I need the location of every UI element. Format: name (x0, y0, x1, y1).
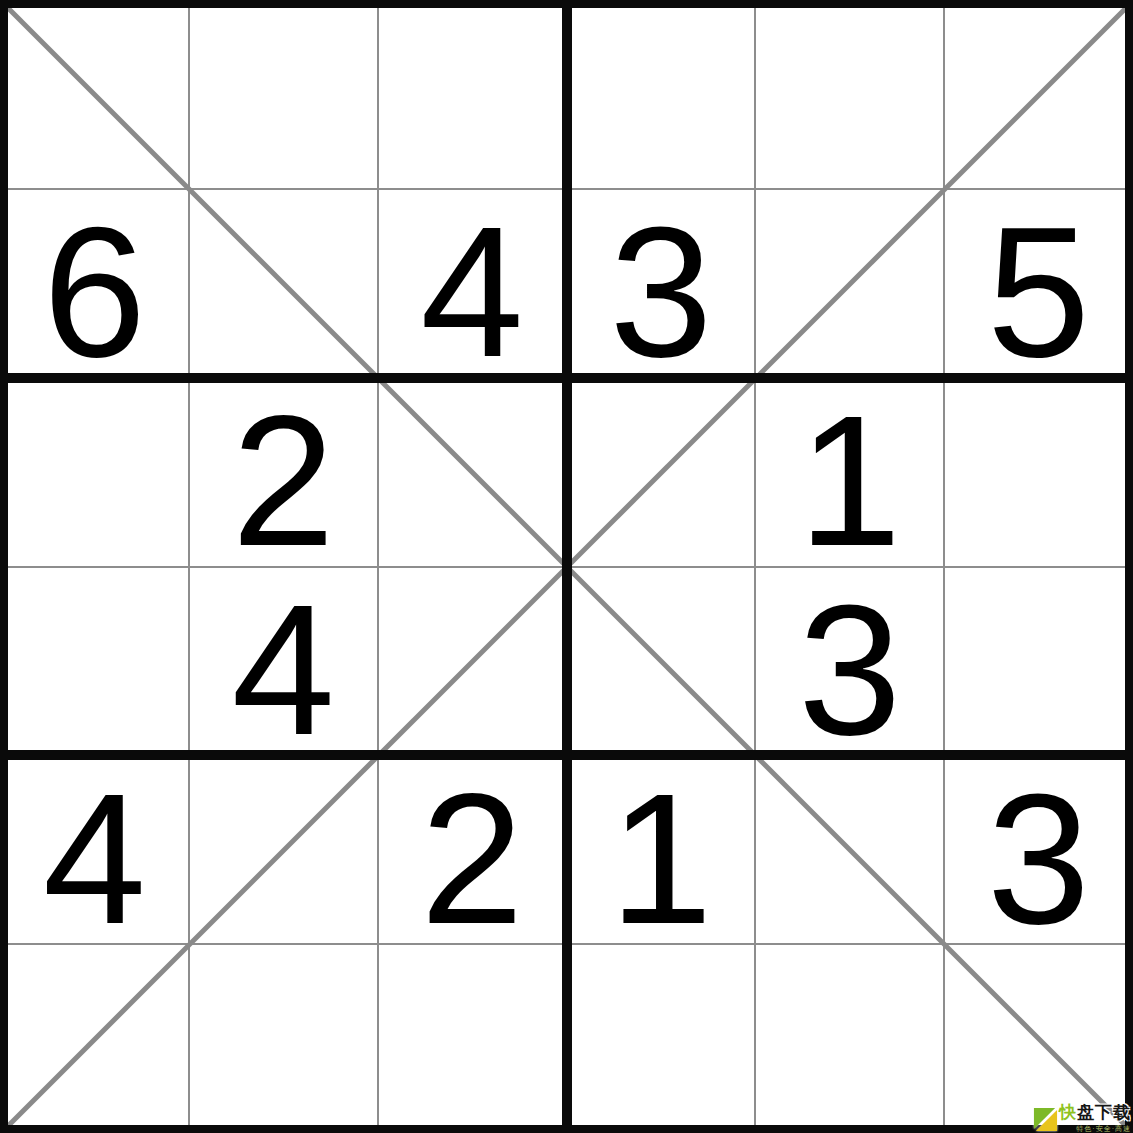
cell-r3c6[interactable] (944, 378, 1133, 567)
cell-r5c6[interactable]: 3 (944, 755, 1133, 944)
cell-r3c1[interactable] (0, 378, 189, 567)
given-digit: 2 (232, 388, 335, 574)
cell-r6c1[interactable] (0, 944, 189, 1133)
given-digit: 1 (798, 388, 901, 574)
given-digit: 4 (43, 766, 146, 952)
thick-vline-center (562, 0, 572, 1133)
given-digit: 5 (987, 199, 1090, 385)
cell-r4c6[interactable] (944, 566, 1133, 755)
thick-hline-row4 (0, 750, 1133, 760)
cell-r6c4[interactable] (566, 944, 755, 1133)
given-digit: 3 (987, 766, 1090, 952)
cell-r5c2[interactable] (189, 755, 378, 944)
cell-r3c2[interactable]: 2 (189, 378, 378, 567)
cell-r1c6[interactable] (944, 0, 1133, 189)
cell-r2c6[interactable]: 5 (944, 189, 1133, 378)
cell-r3c4[interactable] (566, 378, 755, 567)
cell-r1c4[interactable] (566, 0, 755, 189)
cell-r4c5[interactable]: 3 (755, 566, 944, 755)
cell-r2c1[interactable]: 6 (0, 189, 189, 378)
given-digit: 4 (232, 577, 335, 763)
cell-r5c4[interactable]: 1 (566, 755, 755, 944)
watermark-text: 快盘下载 特色·安全·高速 (1059, 1104, 1131, 1132)
cell-r1c2[interactable] (189, 0, 378, 189)
given-digit: 2 (420, 766, 523, 952)
cell-r5c3[interactable]: 2 (378, 755, 567, 944)
cell-r4c2[interactable]: 4 (189, 566, 378, 755)
watermark-brand-first: 快 (1059, 1103, 1077, 1122)
kuaipan-logo-icon (1033, 1107, 1058, 1132)
cell-r3c5[interactable]: 1 (755, 378, 944, 567)
cell-r4c3[interactable] (378, 566, 567, 755)
cell-r6c2[interactable] (189, 944, 378, 1133)
cell-r4c4[interactable] (566, 566, 755, 755)
cell-r1c1[interactable] (0, 0, 189, 189)
given-digit: 3 (798, 577, 901, 763)
watermark-subtitle: 特色·安全·高速 (1076, 1125, 1131, 1132)
cell-r2c4[interactable]: 3 (566, 189, 755, 378)
cell-r3c3[interactable] (378, 378, 567, 567)
given-digit: 1 (609, 766, 712, 952)
cell-r1c5[interactable] (755, 0, 944, 189)
cell-r1c3[interactable] (378, 0, 567, 189)
cell-r5c1[interactable]: 4 (0, 755, 189, 944)
cell-r6c3[interactable] (378, 944, 567, 1133)
watermark: 快盘下载 特色·安全·高速 (1033, 1104, 1131, 1132)
given-digit: 6 (43, 199, 146, 385)
thick-hline-row2 (0, 373, 1133, 383)
watermark-brand: 快盘下载 (1059, 1104, 1131, 1123)
sudoku-x-board: 643521434213 快盘下载 特色·安全·高速 (0, 0, 1133, 1133)
given-digit: 3 (609, 199, 712, 385)
cell-r4c1[interactable] (0, 566, 189, 755)
cell-r5c5[interactable] (755, 755, 944, 944)
watermark-brand-rest: 盘下载 (1077, 1103, 1131, 1122)
given-digit: 4 (420, 199, 523, 385)
cell-r2c3[interactable]: 4 (378, 189, 567, 378)
cell-r2c5[interactable] (755, 189, 944, 378)
cell-r6c5[interactable] (755, 944, 944, 1133)
cell-r2c2[interactable] (189, 189, 378, 378)
